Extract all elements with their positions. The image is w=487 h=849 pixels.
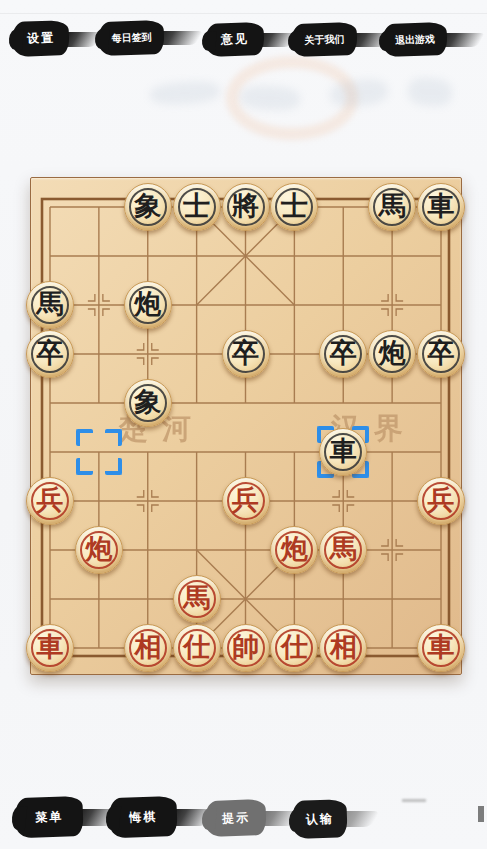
exit-game-label: 退出游戏: [382, 22, 447, 57]
piece-character: 車: [37, 634, 64, 661]
piece-red-兵-f4r6[interactable]: 兵: [222, 477, 270, 525]
piece-black-車-f8r0[interactable]: 車: [417, 183, 465, 231]
daily-checkin-label: 每日签到: [98, 20, 164, 56]
piece-black-炮-f7r3[interactable]: 炮: [368, 330, 416, 378]
piece-black-馬-f0r2[interactable]: 馬: [26, 281, 74, 329]
piece-black-卒-f8r3[interactable]: 卒: [417, 330, 465, 378]
piece-character: 相: [134, 634, 161, 661]
piece-character: 炮: [134, 291, 161, 318]
piece-black-馬-f7r0[interactable]: 馬: [368, 183, 416, 231]
settings-button[interactable]: 设置: [13, 21, 101, 56]
hint-label: 提示: [205, 799, 266, 837]
piece-red-帥-f4r9[interactable]: 帥: [222, 624, 270, 672]
about-us-button[interactable]: 关于我们: [292, 23, 393, 56]
piece-character: 象: [134, 193, 161, 220]
piece-character: 象: [134, 389, 161, 416]
piece-character: 將: [232, 193, 259, 220]
piece-red-炮-f5r7[interactable]: 炮: [270, 526, 318, 574]
piece-red-車-f0r9[interactable]: 車: [26, 624, 74, 672]
top-divider-line: [0, 13, 487, 14]
piece-character: 兵: [37, 487, 64, 514]
piece-red-馬-f3r8[interactable]: 馬: [173, 575, 221, 623]
piece-character: 士: [281, 193, 308, 220]
feedback-label: 意见: [205, 22, 264, 57]
hint-button[interactable]: 提示: [206, 800, 300, 836]
settings-label: 设置: [12, 20, 69, 57]
piece-red-仕-f5r9[interactable]: 仕: [270, 624, 318, 672]
piece-black-卒-f0r3[interactable]: 卒: [26, 330, 74, 378]
piece-black-卒-f6r3[interactable]: 卒: [319, 330, 367, 378]
piece-character: 仕: [281, 634, 308, 661]
piece-character: 相: [330, 634, 357, 661]
smudge-mark: [402, 799, 426, 802]
piece-black-卒-f4r3[interactable]: 卒: [222, 330, 270, 378]
feedback-button[interactable]: 意见: [206, 23, 296, 56]
piece-black-士-f3r0[interactable]: 士: [173, 183, 221, 231]
piece-black-將-f4r0[interactable]: 將: [222, 183, 270, 231]
piece-character: 馬: [330, 536, 357, 563]
faded-calligraphy-smudge: [149, 80, 220, 107]
menu-button[interactable]: 菜单: [16, 797, 120, 837]
faded-calligraphy-smudge: [407, 76, 453, 108]
daily-checkin-button[interactable]: 每日签到: [99, 21, 201, 55]
piece-character: 車: [428, 634, 455, 661]
undo-move-button[interactable]: 悔棋: [110, 797, 214, 837]
piece-character: 卒: [428, 340, 455, 367]
piece-character: 卒: [232, 340, 259, 367]
piece-red-相-f6r9[interactable]: 相: [319, 624, 367, 672]
piece-character: 馬: [37, 291, 64, 318]
menu-label: 菜单: [15, 796, 83, 838]
piece-character: 馬: [183, 585, 210, 612]
piece-red-馬-f6r7[interactable]: 馬: [319, 526, 367, 574]
piece-character: 炮: [281, 536, 308, 563]
piece-character: 卒: [37, 340, 64, 367]
exit-game-button[interactable]: 退出游戏: [383, 23, 483, 56]
piece-red-相-f2r9[interactable]: 相: [124, 624, 172, 672]
piece-red-兵-f0r6[interactable]: 兵: [26, 477, 74, 525]
piece-character: 兵: [232, 487, 259, 514]
piece-character: 兵: [428, 487, 455, 514]
piece-character: 車: [428, 193, 455, 220]
piece-black-象-f2r0[interactable]: 象: [124, 183, 172, 231]
resign-button[interactable]: 认输: [293, 800, 377, 838]
undo-move-label: 悔棋: [109, 796, 177, 838]
piece-character: 車: [330, 438, 357, 465]
piece-red-炮-f1r7[interactable]: 炮: [75, 526, 123, 574]
piece-red-兵-f8r6[interactable]: 兵: [417, 477, 465, 525]
piece-character: 炮: [85, 536, 112, 563]
piece-black-士-f5r0[interactable]: 士: [270, 183, 318, 231]
xiangqi-board: 楚河 汉界 象士將士馬車馬炮卒卒卒炮卒象車兵兵兵炮炮馬馬車相仕帥仕相車: [30, 177, 462, 675]
piece-character: 馬: [379, 193, 406, 220]
piece-red-仕-f3r9[interactable]: 仕: [173, 624, 221, 672]
piece-character: 士: [183, 193, 210, 220]
piece-red-車-f8r9[interactable]: 車: [417, 624, 465, 672]
board-grid: [31, 178, 461, 674]
piece-character: 仕: [183, 634, 210, 661]
edge-mark: [478, 806, 484, 822]
piece-black-炮-f2r2[interactable]: 炮: [124, 281, 172, 329]
piece-character: 帥: [232, 634, 259, 661]
resign-label: 认输: [292, 799, 347, 839]
piece-black-車-f6r5[interactable]: 車: [319, 428, 367, 476]
piece-black-象-f2r4[interactable]: 象: [124, 379, 172, 427]
piece-character: 卒: [330, 340, 357, 367]
about-us-label: 关于我们: [291, 22, 357, 57]
piece-character: 炮: [379, 340, 406, 367]
